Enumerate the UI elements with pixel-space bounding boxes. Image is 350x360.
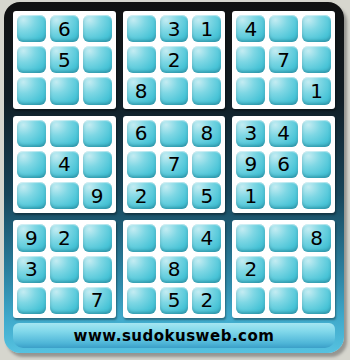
- given-digit: 8: [310, 228, 323, 248]
- cell-r1c4[interactable]: [127, 15, 156, 42]
- given-digit: 5: [201, 186, 214, 206]
- given-digit: 9: [25, 228, 38, 248]
- cell-r9c2[interactable]: [50, 287, 79, 314]
- cell-r7c9: 8: [302, 224, 331, 251]
- given-digit: 2: [58, 228, 71, 248]
- cell-r5c2: 4: [50, 151, 79, 178]
- cell-r8c6[interactable]: [192, 256, 221, 283]
- cell-r9c7[interactable]: [236, 287, 265, 314]
- cell-r9c5: 5: [160, 287, 189, 314]
- cell-r1c7: 4: [236, 15, 265, 42]
- cell-r5c1[interactable]: [17, 151, 46, 178]
- cell-r4c2[interactable]: [50, 120, 79, 147]
- given-digit: 2: [201, 290, 214, 310]
- given-digit: 4: [201, 228, 214, 248]
- cell-r3c7[interactable]: [236, 77, 265, 104]
- cell-r1c5: 3: [160, 15, 189, 42]
- cell-r3c1[interactable]: [17, 77, 46, 104]
- cell-r3c9: 1: [302, 77, 331, 104]
- cell-r9c8[interactable]: [269, 287, 298, 314]
- given-digit: 3: [25, 259, 38, 279]
- given-digit: 4: [58, 154, 71, 174]
- sudoku-board: 6531284714968725349619237485282 www.sudo…: [4, 2, 344, 353]
- given-digit: 7: [91, 290, 104, 310]
- given-digit: 4: [277, 123, 290, 143]
- cell-r4c5[interactable]: [160, 120, 189, 147]
- cell-r1c8[interactable]: [269, 15, 298, 42]
- cell-r3c2[interactable]: [50, 77, 79, 104]
- given-digit: 9: [244, 154, 257, 174]
- block-1-3: 471: [232, 11, 335, 109]
- cell-r3c5[interactable]: [160, 77, 189, 104]
- cell-r1c6: 1: [192, 15, 221, 42]
- cell-r5c5: 7: [160, 151, 189, 178]
- cell-r6c9[interactable]: [302, 182, 331, 209]
- cell-r7c4[interactable]: [127, 224, 156, 251]
- cell-r5c4[interactable]: [127, 151, 156, 178]
- footer-bar: www.sudokusweb.com: [13, 323, 335, 348]
- cell-r9c6: 2: [192, 287, 221, 314]
- cell-r7c2: 2: [50, 224, 79, 251]
- cell-r7c7[interactable]: [236, 224, 265, 251]
- cell-r5c6[interactable]: [192, 151, 221, 178]
- given-digit: 8: [201, 123, 214, 143]
- sudoku-grid: 6531284714968725349619237485282: [13, 11, 335, 318]
- cell-r6c6: 5: [192, 182, 221, 209]
- cell-r6c7: 1: [236, 182, 265, 209]
- cell-r8c8[interactable]: [269, 256, 298, 283]
- given-digit: 8: [135, 81, 148, 101]
- cell-r2c7[interactable]: [236, 46, 265, 73]
- cell-r4c8: 4: [269, 120, 298, 147]
- cell-r2c6[interactable]: [192, 46, 221, 73]
- cell-r5c7: 9: [236, 151, 265, 178]
- cell-r3c3[interactable]: [83, 77, 112, 104]
- given-digit: 5: [168, 290, 181, 310]
- given-digit: 9: [91, 186, 104, 206]
- cell-r5c9[interactable]: [302, 151, 331, 178]
- cell-r9c4[interactable]: [127, 287, 156, 314]
- cell-r7c1: 9: [17, 224, 46, 251]
- given-digit: 7: [168, 154, 181, 174]
- cell-r7c3[interactable]: [83, 224, 112, 251]
- cell-r8c3[interactable]: [83, 256, 112, 283]
- cell-r2c4[interactable]: [127, 46, 156, 73]
- cell-r6c2[interactable]: [50, 182, 79, 209]
- block-1-2: 3128: [123, 11, 226, 109]
- block-2-3: 34961: [232, 116, 335, 214]
- given-digit: 8: [168, 259, 181, 279]
- cell-r4c6: 8: [192, 120, 221, 147]
- cell-r6c8[interactable]: [269, 182, 298, 209]
- cell-r2c8: 7: [269, 46, 298, 73]
- given-digit: 1: [310, 81, 323, 101]
- given-digit: 4: [244, 19, 257, 39]
- cell-r8c4[interactable]: [127, 256, 156, 283]
- cell-r3c6[interactable]: [192, 77, 221, 104]
- cell-r2c5: 2: [160, 46, 189, 73]
- block-2-1: 49: [13, 116, 116, 214]
- cell-r1c3[interactable]: [83, 15, 112, 42]
- cell-r1c2: 6: [50, 15, 79, 42]
- given-digit: 3: [168, 19, 181, 39]
- cell-r2c1[interactable]: [17, 46, 46, 73]
- given-digit: 6: [58, 19, 71, 39]
- cell-r4c9[interactable]: [302, 120, 331, 147]
- block-3-3: 82: [232, 220, 335, 318]
- cell-r8c2[interactable]: [50, 256, 79, 283]
- cell-r5c8: 6: [269, 151, 298, 178]
- cell-r1c1[interactable]: [17, 15, 46, 42]
- cell-r8c5: 8: [160, 256, 189, 283]
- given-digit: 2: [244, 259, 257, 279]
- cell-r2c3[interactable]: [83, 46, 112, 73]
- site-url-text[interactable]: www.sudokusweb.com: [74, 327, 275, 345]
- given-digit: 6: [277, 154, 290, 174]
- given-digit: 1: [244, 186, 257, 206]
- cell-r4c3[interactable]: [83, 120, 112, 147]
- cell-r8c7: 2: [236, 256, 265, 283]
- cell-r4c7: 3: [236, 120, 265, 147]
- given-digit: 2: [168, 50, 181, 70]
- given-digit: 2: [135, 186, 148, 206]
- cell-r9c1[interactable]: [17, 287, 46, 314]
- cell-r6c5[interactable]: [160, 182, 189, 209]
- given-digit: 6: [135, 123, 148, 143]
- cell-r7c8[interactable]: [269, 224, 298, 251]
- block-1-1: 65: [13, 11, 116, 109]
- cell-r7c6: 4: [192, 224, 221, 251]
- cell-r1c9[interactable]: [302, 15, 331, 42]
- cell-r6c3: 9: [83, 182, 112, 209]
- block-3-1: 9237: [13, 220, 116, 318]
- cell-r3c8[interactable]: [269, 77, 298, 104]
- cell-r6c1[interactable]: [17, 182, 46, 209]
- block-2-2: 68725: [123, 116, 226, 214]
- given-digit: 7: [277, 50, 290, 70]
- cell-r8c9[interactable]: [302, 256, 331, 283]
- cell-r7c5[interactable]: [160, 224, 189, 251]
- cell-r9c9[interactable]: [302, 287, 331, 314]
- cell-r5c3[interactable]: [83, 151, 112, 178]
- cell-r8c1: 3: [17, 256, 46, 283]
- cell-r3c4: 8: [127, 77, 156, 104]
- given-digit: 1: [201, 19, 214, 39]
- given-digit: 3: [244, 123, 257, 143]
- cell-r6c4: 2: [127, 182, 156, 209]
- cell-r4c1[interactable]: [17, 120, 46, 147]
- cell-r9c3: 7: [83, 287, 112, 314]
- cell-r4c4: 6: [127, 120, 156, 147]
- given-digit: 5: [58, 50, 71, 70]
- cell-r2c9[interactable]: [302, 46, 331, 73]
- cell-r2c2: 5: [50, 46, 79, 73]
- block-3-2: 4852: [123, 220, 226, 318]
